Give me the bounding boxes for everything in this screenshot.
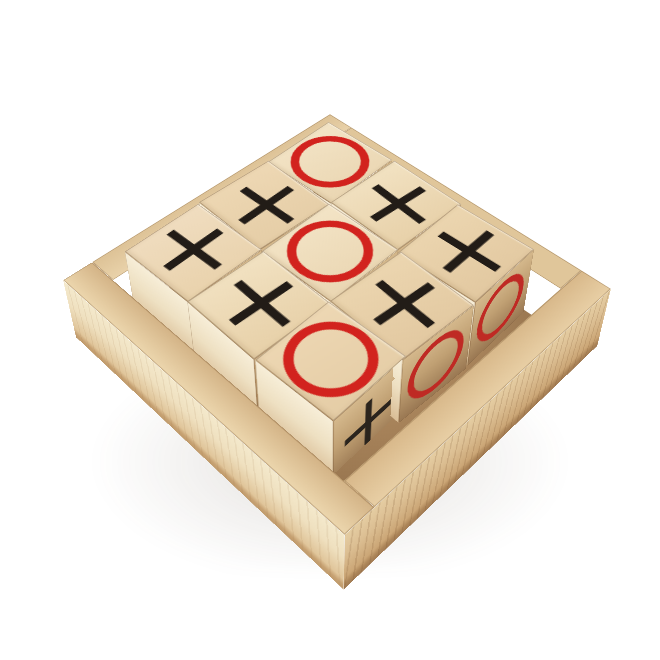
photo-scene: ✕ ✕ ✕ ✕ ✕ (0, 0, 660, 660)
x-piece: ✕ (346, 175, 443, 234)
